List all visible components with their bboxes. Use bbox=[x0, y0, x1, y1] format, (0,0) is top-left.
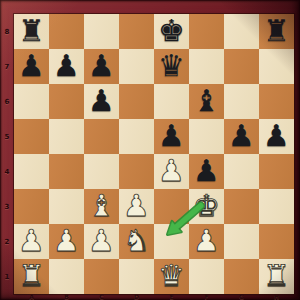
square-d3[interactable]: ♟ bbox=[119, 189, 154, 224]
rank-label-4: 4 bbox=[0, 168, 14, 176]
square-d4[interactable] bbox=[119, 154, 154, 189]
square-f5[interactable] bbox=[189, 119, 224, 154]
white-pawn[interactable]: ♟ bbox=[18, 223, 45, 258]
black-rook[interactable]: ♜ bbox=[18, 13, 45, 48]
square-g8[interactable] bbox=[224, 14, 259, 49]
white-knight[interactable]: ♞ bbox=[123, 223, 150, 258]
square-d6[interactable] bbox=[119, 84, 154, 119]
square-a5[interactable] bbox=[14, 119, 49, 154]
rank-label-1: 1 bbox=[0, 273, 14, 281]
white-rook[interactable]: ♜ bbox=[18, 258, 45, 293]
square-c7[interactable]: ♟ bbox=[84, 49, 119, 84]
square-f7[interactable] bbox=[189, 49, 224, 84]
white-queen[interactable]: ♛ bbox=[158, 258, 185, 293]
rank-label-7: 7 bbox=[0, 63, 14, 71]
square-h8[interactable]: ♜ bbox=[259, 14, 294, 49]
chess-board-frame: ♜♚♜♟♟♟♛♟♝♟♟♟♟♟♝♟♚♟♟♟♞♟♜♛♜ 87654321ABCDEF… bbox=[0, 0, 300, 300]
black-pawn[interactable]: ♟ bbox=[263, 118, 290, 153]
square-c3[interactable]: ♝ bbox=[84, 189, 119, 224]
square-c4[interactable] bbox=[84, 154, 119, 189]
square-b2[interactable]: ♟ bbox=[49, 224, 84, 259]
white-pawn[interactable]: ♟ bbox=[123, 188, 150, 223]
black-pawn[interactable]: ♟ bbox=[88, 83, 115, 118]
square-b5[interactable] bbox=[49, 119, 84, 154]
square-e3[interactable] bbox=[154, 189, 189, 224]
white-rook[interactable]: ♜ bbox=[263, 258, 290, 293]
square-g7[interactable] bbox=[224, 49, 259, 84]
white-pawn[interactable]: ♟ bbox=[88, 223, 115, 258]
square-g3[interactable] bbox=[224, 189, 259, 224]
black-pawn[interactable]: ♟ bbox=[158, 118, 185, 153]
square-e2[interactable] bbox=[154, 224, 189, 259]
square-f6[interactable]: ♝ bbox=[189, 84, 224, 119]
board-squares: ♜♚♜♟♟♟♛♟♝♟♟♟♟♟♝♟♚♟♟♟♞♟♜♛♜ bbox=[14, 14, 294, 294]
square-h2[interactable] bbox=[259, 224, 294, 259]
square-b6[interactable] bbox=[49, 84, 84, 119]
square-h7[interactable] bbox=[259, 49, 294, 84]
file-label-h: H bbox=[259, 294, 294, 300]
chess-board: ♜♚♜♟♟♟♛♟♝♟♟♟♟♟♝♟♚♟♟♟♞♟♜♛♜ bbox=[14, 14, 294, 294]
square-b4[interactable] bbox=[49, 154, 84, 189]
square-a2[interactable]: ♟ bbox=[14, 224, 49, 259]
file-label-g: G bbox=[224, 294, 259, 300]
white-bishop[interactable]: ♝ bbox=[88, 188, 115, 223]
square-f4[interactable]: ♟ bbox=[189, 154, 224, 189]
white-pawn[interactable]: ♟ bbox=[193, 223, 220, 258]
square-e6[interactable] bbox=[154, 84, 189, 119]
black-queen[interactable]: ♛ bbox=[158, 48, 185, 83]
black-pawn[interactable]: ♟ bbox=[53, 48, 80, 83]
rank-label-2: 2 bbox=[0, 238, 14, 246]
file-label-c: C bbox=[84, 294, 119, 300]
rank-label-8: 8 bbox=[0, 28, 14, 36]
square-d1[interactable] bbox=[119, 259, 154, 294]
file-label-b: B bbox=[49, 294, 84, 300]
black-pawn[interactable]: ♟ bbox=[88, 48, 115, 83]
file-label-a: A bbox=[14, 294, 49, 300]
rank-label-3: 3 bbox=[0, 203, 14, 211]
square-a4[interactable] bbox=[14, 154, 49, 189]
file-label-f: F bbox=[189, 294, 224, 300]
black-rook[interactable]: ♜ bbox=[263, 13, 290, 48]
file-label-d: D bbox=[119, 294, 154, 300]
square-f2[interactable]: ♟ bbox=[189, 224, 224, 259]
white-king[interactable]: ♚ bbox=[193, 188, 220, 223]
square-g6[interactable] bbox=[224, 84, 259, 119]
square-c1[interactable] bbox=[84, 259, 119, 294]
square-a8[interactable]: ♜ bbox=[14, 14, 49, 49]
square-c6[interactable]: ♟ bbox=[84, 84, 119, 119]
square-h6[interactable] bbox=[259, 84, 294, 119]
square-c5[interactable] bbox=[84, 119, 119, 154]
square-h1[interactable]: ♜ bbox=[259, 259, 294, 294]
square-b3[interactable] bbox=[49, 189, 84, 224]
white-pawn[interactable]: ♟ bbox=[53, 223, 80, 258]
square-b7[interactable]: ♟ bbox=[49, 49, 84, 84]
rank-label-5: 5 bbox=[0, 133, 14, 141]
square-g4[interactable] bbox=[224, 154, 259, 189]
square-c2[interactable]: ♟ bbox=[84, 224, 119, 259]
file-label-e: E bbox=[154, 294, 189, 300]
black-pawn[interactable]: ♟ bbox=[193, 153, 220, 188]
black-bishop[interactable]: ♝ bbox=[193, 83, 220, 118]
square-a1[interactable]: ♜ bbox=[14, 259, 49, 294]
square-f8[interactable] bbox=[189, 14, 224, 49]
square-e1[interactable]: ♛ bbox=[154, 259, 189, 294]
square-e8[interactable]: ♚ bbox=[154, 14, 189, 49]
square-h3[interactable] bbox=[259, 189, 294, 224]
square-b1[interactable] bbox=[49, 259, 84, 294]
rank-label-6: 6 bbox=[0, 98, 14, 106]
square-f3[interactable]: ♚ bbox=[189, 189, 224, 224]
square-h5[interactable]: ♟ bbox=[259, 119, 294, 154]
black-king[interactable]: ♚ bbox=[158, 13, 185, 48]
square-g5[interactable]: ♟ bbox=[224, 119, 259, 154]
square-d2[interactable]: ♞ bbox=[119, 224, 154, 259]
square-e4[interactable]: ♟ bbox=[154, 154, 189, 189]
white-pawn[interactable]: ♟ bbox=[158, 153, 185, 188]
square-h4[interactable] bbox=[259, 154, 294, 189]
square-e5[interactable]: ♟ bbox=[154, 119, 189, 154]
square-d5[interactable] bbox=[119, 119, 154, 154]
black-pawn[interactable]: ♟ bbox=[18, 48, 45, 83]
square-a3[interactable] bbox=[14, 189, 49, 224]
square-e7[interactable]: ♛ bbox=[154, 49, 189, 84]
square-a6[interactable] bbox=[14, 84, 49, 119]
black-pawn[interactable]: ♟ bbox=[228, 118, 255, 153]
square-a7[interactable]: ♟ bbox=[14, 49, 49, 84]
square-g1[interactable] bbox=[224, 259, 259, 294]
square-d8[interactable] bbox=[119, 14, 154, 49]
square-g2[interactable] bbox=[224, 224, 259, 259]
square-b8[interactable] bbox=[49, 14, 84, 49]
square-d7[interactable] bbox=[119, 49, 154, 84]
square-f1[interactable] bbox=[189, 259, 224, 294]
square-c8[interactable] bbox=[84, 14, 119, 49]
